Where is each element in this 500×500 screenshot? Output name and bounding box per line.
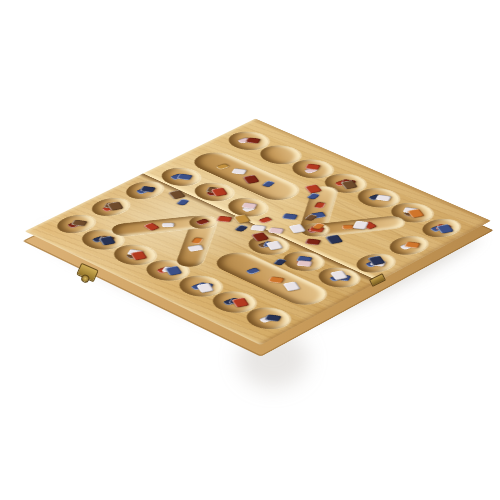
gemstone-white-quartz — [231, 168, 247, 175]
gemstone-sodalite-blue — [196, 282, 213, 289]
pit-upper-end-2[interactable] — [382, 233, 435, 259]
gemstone-navy — [98, 236, 115, 246]
pit-lower-outer-3[interactable] — [138, 256, 197, 285]
gemstone-white-quartz — [162, 223, 174, 228]
pit-lower-outer-5[interactable] — [204, 287, 264, 317]
gemstone-white-quartz — [375, 194, 391, 201]
gemstone-sodalite-blue — [365, 260, 380, 267]
gemstone-carnelian-red — [216, 216, 232, 223]
gemstone-rose-quartz — [268, 227, 284, 234]
gemstone-carnelian-red — [156, 267, 171, 274]
gemstone-sodalite-blue — [165, 266, 183, 276]
pit-lower-outer-2[interactable] — [106, 241, 165, 270]
gemstone-garnet — [242, 175, 259, 184]
gemstone-white-quartz — [265, 241, 283, 251]
gemstone-white-quartz — [399, 243, 414, 250]
gemstone-white-quartz — [187, 244, 204, 251]
gemstone-brown-jasper — [98, 236, 115, 243]
gemstone-sodalite-blue — [176, 173, 192, 180]
gemstone-white-quartz — [162, 266, 179, 273]
gemstone-carnelian-red — [308, 226, 325, 233]
gemstone-white-quartz — [352, 221, 369, 230]
gemstone-sodalite-blue — [436, 224, 454, 234]
gemstone-sodalite-blue — [190, 283, 205, 290]
gemstone-navy — [273, 258, 287, 265]
gemstone-sodalite-blue — [176, 199, 190, 206]
store-upper-chevron-arm-a[interactable] — [299, 186, 339, 233]
gemstone-amber — [215, 163, 230, 170]
gemstone-white-quartz — [370, 259, 387, 266]
gemstone-navy — [222, 298, 237, 305]
gemstone-white-quartz — [250, 225, 266, 232]
gemstone-brown-jasper — [126, 252, 141, 259]
gemstone-garnet — [250, 232, 268, 242]
gemstone-orange-agate — [191, 237, 204, 244]
gemstone-white-quartz — [288, 224, 306, 234]
gemstone-sodalite-blue — [261, 180, 275, 187]
gemstone-garnet — [245, 137, 261, 143]
gemstone-garnet — [195, 219, 210, 226]
gemstone-carnelian-red — [314, 202, 326, 209]
gemstone-brown-jasper — [257, 242, 272, 249]
gemstone-sodalite-blue — [334, 274, 351, 281]
mancala-board — [25, 118, 492, 345]
pit-lower-end-1[interactable] — [50, 211, 102, 236]
gemstone-orange-agate — [267, 276, 284, 283]
gemstone-navy — [91, 236, 106, 243]
gemstone-white-quartz — [283, 281, 301, 291]
gemstone-navy — [368, 256, 386, 266]
pit-lower-inner-1[interactable] — [241, 232, 297, 259]
pit-lower-inner-3[interactable] — [311, 264, 368, 292]
gemstone-orange-agate — [342, 225, 354, 230]
pit-lower-end-2[interactable] — [85, 195, 137, 220]
gemstone-white-quartz — [196, 283, 214, 293]
gemstone-sodalite-blue — [296, 256, 313, 263]
latch-knob — [80, 273, 91, 284]
gemstone-sodalite-blue — [245, 268, 260, 275]
gemstone-carnelian-red — [130, 251, 148, 261]
gemstone-navy — [264, 314, 281, 322]
gemstone-navy — [228, 298, 245, 305]
gemstone-sodalite-blue — [263, 241, 280, 248]
gemstone-sodalite-blue — [329, 274, 344, 281]
gemstone-garnet — [304, 239, 321, 246]
gemstone-white-quartz — [259, 315, 275, 323]
wood-grain-streak — [218, 235, 316, 286]
pit-lower-outer-6[interactable] — [238, 303, 298, 333]
gemstone-garnet — [306, 227, 321, 234]
gemstone-navy — [234, 225, 248, 232]
pit-upper-end-3[interactable] — [349, 250, 402, 276]
pit-lower-inner-2[interactable] — [275, 248, 331, 276]
gemstone-sodalite-blue — [430, 225, 445, 232]
gemstone-white-quartz — [330, 270, 348, 280]
gemstone-carnelian-red — [435, 224, 451, 231]
gemstone-navy — [325, 235, 343, 245]
gemstone-orange-agate — [404, 241, 421, 248]
gemstone-orange-agate — [407, 209, 425, 218]
gemstone-white-quartz — [127, 249, 144, 256]
gemstone-sodalite-blue — [281, 213, 298, 220]
gemstone-carnelian-red — [231, 297, 249, 307]
gemstone-carnelian-red — [296, 259, 311, 266]
gemstone-rose-quartz — [296, 260, 312, 267]
store-lower-bar[interactable] — [209, 249, 334, 309]
pit-lower-outer-4[interactable] — [171, 271, 230, 301]
gemstone-carnelian-red — [143, 222, 160, 231]
